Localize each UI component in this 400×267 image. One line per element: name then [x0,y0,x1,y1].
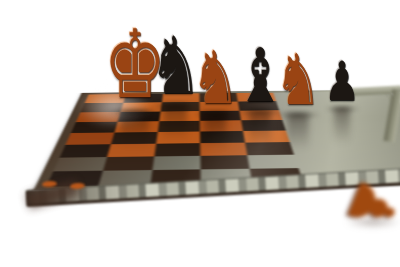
piece-glyph: ♟ [322,55,362,109]
piece-black-pawn-g8: ♟ [315,55,369,109]
product-photo: ♚♞♞♝♞♟ ♟ [0,0,400,267]
pieces-layer: ♚♞♞♝♞♟ [0,0,400,267]
